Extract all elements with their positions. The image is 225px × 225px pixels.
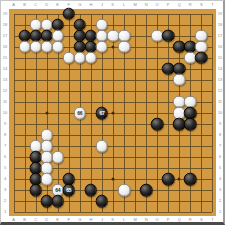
coordinate-label: H bbox=[89, 3, 92, 7]
coordinate-label: P bbox=[167, 3, 170, 7]
coordinate-label: K bbox=[112, 218, 115, 222]
coordinate-label: T bbox=[211, 218, 213, 222]
coordinate-label: 9 bbox=[4, 122, 6, 126]
coordinate-label: R bbox=[189, 3, 192, 7]
coordinate-label: A bbox=[12, 218, 15, 222]
coordinate-label: 11 bbox=[3, 100, 7, 104]
star-point bbox=[45, 111, 48, 114]
coordinate-label: 9 bbox=[219, 122, 221, 126]
coordinate-label: E bbox=[56, 218, 59, 222]
coordinate-label: B bbox=[23, 218, 26, 222]
coordinate-label: 4 bbox=[4, 177, 6, 181]
coordinate-label: 14 bbox=[218, 67, 222, 71]
coordinate-label: D bbox=[45, 3, 48, 7]
coordinate-label: 7 bbox=[219, 144, 221, 148]
grid-line-vertical bbox=[135, 14, 136, 213]
white-stone bbox=[96, 40, 109, 53]
coordinate-label: 10 bbox=[3, 111, 7, 115]
coordinate-label: E bbox=[56, 3, 59, 7]
black-stone bbox=[184, 118, 197, 131]
coordinate-label: 19 bbox=[3, 12, 7, 16]
coordinate-label: 12 bbox=[3, 89, 7, 93]
coordinate-label: 15 bbox=[3, 56, 7, 60]
coordinate-label: 6 bbox=[4, 155, 6, 159]
white-stone bbox=[173, 74, 186, 87]
coordinate-label: R bbox=[189, 218, 192, 222]
go-board-diagram: ABCDEFGHJKLMNOPQRSTABCDEFGHJKLMNOPQRST19… bbox=[0, 0, 225, 225]
grid-line-vertical bbox=[146, 14, 147, 213]
move-number-label: 67 bbox=[99, 110, 104, 115]
coordinate-label: 19 bbox=[218, 12, 222, 16]
coordinate-label: 17 bbox=[218, 34, 222, 38]
coordinate-label: D bbox=[45, 218, 48, 222]
white-stone bbox=[96, 140, 109, 153]
grid-line-vertical bbox=[212, 14, 213, 213]
coordinate-label: 2 bbox=[4, 199, 6, 203]
grid-line-vertical bbox=[157, 14, 158, 213]
coordinate-label: G bbox=[78, 3, 81, 7]
coordinate-label: 18 bbox=[3, 23, 7, 27]
coordinate-label: H bbox=[89, 218, 92, 222]
coordinate-label: G bbox=[78, 218, 81, 222]
coordinate-label: 16 bbox=[218, 45, 222, 49]
black-stone bbox=[151, 118, 164, 131]
coordinate-label: O bbox=[156, 3, 159, 7]
coordinate-label: 17 bbox=[3, 34, 7, 38]
coordinate-label: L bbox=[123, 3, 125, 7]
coordinate-label: L bbox=[123, 218, 125, 222]
black-stone bbox=[85, 184, 98, 197]
coordinate-label: Q bbox=[178, 218, 181, 222]
coordinate-label: 5 bbox=[4, 166, 6, 170]
coordinate-label: S bbox=[200, 218, 203, 222]
grid-line-horizontal bbox=[14, 212, 213, 213]
coordinate-label: A bbox=[12, 3, 15, 7]
coordinate-label: 3 bbox=[219, 188, 221, 192]
black-stone bbox=[162, 29, 175, 42]
coordinate-label: 8 bbox=[219, 133, 221, 137]
coordinate-label: 11 bbox=[218, 100, 222, 104]
coordinate-label: 13 bbox=[218, 78, 222, 82]
coordinate-label: J bbox=[101, 3, 103, 7]
black-stone bbox=[29, 184, 42, 197]
white-stone bbox=[85, 51, 98, 64]
coordinate-label: T bbox=[211, 3, 213, 7]
move-number-label: 65 bbox=[66, 188, 71, 193]
black-stone bbox=[96, 195, 109, 208]
coordinate-label: J bbox=[101, 218, 103, 222]
coordinate-label: C bbox=[34, 218, 37, 222]
coordinate-label: N bbox=[145, 218, 148, 222]
coordinate-label: 18 bbox=[218, 23, 222, 27]
coordinate-label: F bbox=[68, 218, 70, 222]
star-point bbox=[111, 111, 114, 114]
coordinate-label: K bbox=[112, 3, 115, 7]
coordinate-label: 1 bbox=[4, 210, 6, 214]
star-point bbox=[111, 178, 114, 181]
coordinate-label: 1 bbox=[219, 210, 221, 214]
white-stone: 66 bbox=[74, 107, 87, 120]
coordinate-label: 4 bbox=[219, 177, 221, 181]
black-stone bbox=[195, 51, 208, 64]
white-stone bbox=[51, 40, 64, 53]
coordinate-label: P bbox=[167, 218, 170, 222]
white-stone bbox=[118, 184, 131, 197]
star-point bbox=[111, 45, 114, 48]
coordinate-label: 8 bbox=[4, 133, 6, 137]
coordinate-label: M bbox=[133, 3, 136, 7]
coordinate-label: 14 bbox=[3, 67, 7, 71]
coordinate-label: N bbox=[145, 3, 148, 7]
coordinate-label: 5 bbox=[219, 166, 221, 170]
star-point bbox=[178, 178, 181, 181]
coordinate-label: 2 bbox=[219, 199, 221, 203]
black-stone bbox=[140, 184, 153, 197]
coordinate-label: 7 bbox=[4, 144, 6, 148]
black-stone bbox=[162, 173, 175, 186]
black-stone bbox=[51, 195, 64, 208]
black-stone bbox=[62, 7, 75, 20]
coordinate-label: 3 bbox=[4, 188, 6, 192]
coordinate-label: 6 bbox=[219, 155, 221, 159]
coordinate-label: 10 bbox=[218, 111, 222, 115]
coordinate-label: 15 bbox=[218, 56, 222, 60]
white-stone bbox=[51, 151, 64, 164]
coordinate-label: 12 bbox=[218, 89, 222, 93]
coordinate-label: B bbox=[23, 3, 26, 7]
coordinate-label: O bbox=[156, 218, 159, 222]
black-stone bbox=[184, 173, 197, 186]
coordinate-label: 16 bbox=[3, 45, 7, 49]
move-number-label: 66 bbox=[77, 110, 82, 115]
white-stone bbox=[40, 173, 53, 186]
grid-line-horizontal bbox=[14, 190, 213, 191]
black-stone: 65 bbox=[62, 184, 75, 197]
coordinate-label: Q bbox=[178, 3, 181, 7]
coordinate-label: S bbox=[200, 3, 203, 7]
coordinate-label: 13 bbox=[3, 78, 7, 82]
white-stone bbox=[118, 40, 131, 53]
black-stone: 67 bbox=[96, 107, 109, 120]
move-number-label: 64 bbox=[55, 188, 60, 193]
coordinate-label: M bbox=[133, 218, 136, 222]
coordinate-label: C bbox=[34, 3, 37, 7]
